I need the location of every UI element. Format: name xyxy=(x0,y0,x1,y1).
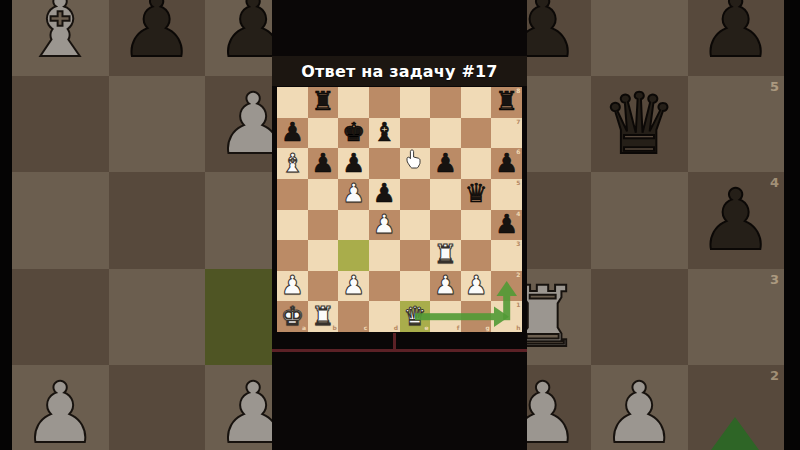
bg-rank-label-3: 3 xyxy=(770,272,779,287)
square-e3 xyxy=(400,240,431,271)
bg-black-pawn-h6: ♟ xyxy=(698,0,773,69)
black-pawn-f6: ♟ xyxy=(434,150,457,176)
square-c1: c xyxy=(338,301,369,332)
square-b6: ♟ xyxy=(308,148,339,179)
bg-square xyxy=(109,172,206,269)
white-rook-f3: ♜ xyxy=(434,241,457,267)
bg-square: ♟ xyxy=(688,0,785,76)
square-f1: f xyxy=(430,301,461,332)
black-rook-h8: ♜ xyxy=(495,88,518,114)
black-pawn-h6: ♟ xyxy=(495,150,518,176)
square-c2: ♟ xyxy=(338,271,369,302)
square-f5 xyxy=(430,179,461,210)
square-d7: ♝ xyxy=(369,118,400,149)
square-e7 xyxy=(400,118,431,149)
bg-square: 5 xyxy=(688,76,785,173)
square-d1: d xyxy=(369,301,400,332)
black-pawn-b6: ♟ xyxy=(311,150,334,176)
square-h7: 7 xyxy=(491,118,522,149)
bg-square: ♟4 xyxy=(688,172,785,269)
bg-black-pawn-b6: ♟ xyxy=(119,0,194,69)
black-bishop-d7: ♝ xyxy=(373,119,396,145)
bg-rank-label-2: 2 xyxy=(770,368,779,383)
square-a2: ♟ xyxy=(277,271,308,302)
square-b8: ♜ xyxy=(308,87,339,118)
square-f2: ♟ xyxy=(430,271,461,302)
video-title-bar: Ответ на задачу #17 xyxy=(272,56,527,86)
square-f8 xyxy=(430,87,461,118)
square-d5: ♟ xyxy=(369,179,400,210)
square-e8 xyxy=(400,87,431,118)
bg-black-pawn-h4: ♟ xyxy=(698,178,773,262)
file-label-f: f xyxy=(457,325,460,331)
video-title: Ответ на задачу #17 xyxy=(301,62,497,81)
white-bishop-a6: ♝ xyxy=(281,150,304,176)
square-g4 xyxy=(461,210,492,241)
white-pawn-d4: ♟ xyxy=(373,211,396,237)
square-g6 xyxy=(461,148,492,179)
square-a6: ♝ xyxy=(277,148,308,179)
square-g3 xyxy=(461,240,492,271)
black-queen-g5: ♛ xyxy=(464,180,487,206)
bg-white-pawn-a2: ♟ xyxy=(23,371,98,450)
white-rook-b1: ♜ xyxy=(311,303,334,329)
black-pawn-d5: ♟ xyxy=(373,180,396,206)
square-g8 xyxy=(461,87,492,118)
square-h8: 8♜ xyxy=(491,87,522,118)
bg-square xyxy=(591,0,688,76)
square-h4: 4♟ xyxy=(491,210,522,241)
square-c8 xyxy=(338,87,369,118)
file-label-g: g xyxy=(486,325,490,331)
square-g7 xyxy=(461,118,492,149)
square-c4 xyxy=(338,210,369,241)
file-label-c: c xyxy=(364,325,368,331)
bg-rank-label-4: 4 xyxy=(770,175,779,190)
bg-square xyxy=(591,269,688,366)
white-pawn-c5: ♟ xyxy=(342,180,365,206)
bg-rank-label-5: 5 xyxy=(770,79,779,94)
white-pawn-a2: ♟ xyxy=(281,272,304,298)
chess-board: ♜8♜♟♚♝7♝♟♟♟6♟♟♟♛5♟4♟♜3♟♟♟♟2a♚b♜cde♛fg1h xyxy=(277,87,522,332)
square-e5 xyxy=(400,179,431,210)
square-f3: ♜ xyxy=(430,240,461,271)
black-pawn-h4: ♟ xyxy=(495,211,518,237)
bg-square: 3 xyxy=(688,269,785,366)
bg-square xyxy=(109,269,206,366)
bg-square: ♟ xyxy=(109,0,206,76)
square-h3: 3 xyxy=(491,240,522,271)
square-c3 xyxy=(338,240,369,271)
rank-label-1: 1 xyxy=(516,302,520,308)
file-label-d: d xyxy=(394,325,398,331)
white-pawn-g2: ♟ xyxy=(464,272,487,298)
bg-square: ♝ xyxy=(12,0,109,76)
square-d6 xyxy=(369,148,400,179)
black-king-c7: ♚ xyxy=(342,119,365,145)
background-arrow-up-icon xyxy=(711,417,759,450)
bg-white-bishop-a6: ♝ xyxy=(23,0,98,69)
bg-white-pawn-g2: ♟ xyxy=(602,371,677,450)
square-a1: a♚ xyxy=(277,301,308,332)
black-rook-b8: ♜ xyxy=(311,88,334,114)
square-a5 xyxy=(277,179,308,210)
square-g1: g xyxy=(461,301,492,332)
square-c7: ♚ xyxy=(338,118,369,149)
white-king-a1: ♚ xyxy=(281,303,304,329)
rank-label-5: 5 xyxy=(516,180,520,186)
square-b4 xyxy=(308,210,339,241)
white-queen-e1: ♛ xyxy=(403,303,426,329)
square-b2 xyxy=(308,271,339,302)
square-d4: ♟ xyxy=(369,210,400,241)
square-b3 xyxy=(308,240,339,271)
square-f6: ♟ xyxy=(430,148,461,179)
hand-cursor-icon xyxy=(406,149,422,169)
square-g2: ♟ xyxy=(461,271,492,302)
square-a3 xyxy=(277,240,308,271)
black-pawn-a7: ♟ xyxy=(281,119,304,145)
square-d2 xyxy=(369,271,400,302)
bg-square xyxy=(109,76,206,173)
file-label-h: h xyxy=(516,325,520,331)
bg-square: ♛ xyxy=(591,76,688,173)
square-a4 xyxy=(277,210,308,241)
bg-square: ♟ xyxy=(591,365,688,450)
square-a8 xyxy=(277,87,308,118)
square-d3 xyxy=(369,240,400,271)
shorts-video-frame[interactable]: ♝♟♟♟♟♟♛5♟4♜3♟♟♟♟2 Ответ на задачу #17 ♜8… xyxy=(0,0,800,450)
rank-label-7: 7 xyxy=(516,119,520,125)
square-e4 xyxy=(400,210,431,241)
square-f4 xyxy=(430,210,461,241)
square-h2: 2 xyxy=(491,271,522,302)
square-f7 xyxy=(430,118,461,149)
video-red-line-marker xyxy=(393,333,396,349)
video-red-line-horizontal xyxy=(272,349,527,352)
square-g5: ♛ xyxy=(461,179,492,210)
rank-label-3: 3 xyxy=(516,241,520,247)
bg-square xyxy=(12,172,109,269)
rank-label-2: 2 xyxy=(516,272,520,278)
square-a7: ♟ xyxy=(277,118,308,149)
square-b7 xyxy=(308,118,339,149)
bg-black-queen-g5: ♛ xyxy=(602,82,677,166)
square-e1: e♛ xyxy=(400,301,431,332)
bg-square xyxy=(591,172,688,269)
square-h5: 5 xyxy=(491,179,522,210)
bg-square xyxy=(12,76,109,173)
black-pawn-c6: ♟ xyxy=(342,150,365,176)
white-pawn-c2: ♟ xyxy=(342,272,365,298)
white-pawn-f2: ♟ xyxy=(434,272,457,298)
square-e2 xyxy=(400,271,431,302)
square-b1: b♜ xyxy=(308,301,339,332)
square-d8 xyxy=(369,87,400,118)
bg-square xyxy=(12,269,109,366)
square-h6: 6♟ xyxy=(491,148,522,179)
square-c5: ♟ xyxy=(338,179,369,210)
square-h1: 1h xyxy=(491,301,522,332)
bg-square xyxy=(109,365,206,450)
bg-square: ♟ xyxy=(12,365,109,450)
square-c6: ♟ xyxy=(338,148,369,179)
square-b5 xyxy=(308,179,339,210)
